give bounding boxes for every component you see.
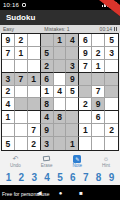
cell-r3c7[interactable]: 7	[79, 60, 92, 73]
cell-r4c3[interactable]: 1	[28, 73, 41, 86]
recents-icon[interactable]: ■	[79, 190, 83, 196]
cell-r3c3[interactable]	[28, 60, 41, 73]
cell-r1c9[interactable]: 5	[105, 34, 118, 47]
watermark-text: Free for personal use	[2, 191, 50, 197]
cell-r2c8[interactable]: 2	[92, 47, 105, 60]
cell-r4c1[interactable]: 3	[2, 73, 15, 86]
cell-r7c8[interactable]: 6	[92, 111, 105, 124]
hint-button[interactable]: ☼Hint	[102, 155, 110, 168]
cell-r7c1[interactable]: 1	[2, 111, 15, 124]
cell-r4c5[interactable]	[54, 73, 67, 86]
erase-button[interactable]: Erase	[41, 155, 53, 168]
cell-r5c4[interactable]: 1	[41, 86, 54, 99]
cell-r3c9[interactable]	[105, 60, 118, 73]
cell-r7c4[interactable]: 4	[41, 111, 54, 124]
timer-label: 00:14	[100, 26, 113, 32]
cell-r8c1[interactable]	[2, 124, 15, 137]
key-6[interactable]: 6	[67, 172, 78, 183]
cell-r6c4[interactable]: 8	[41, 98, 54, 111]
cell-r9c9[interactable]	[105, 137, 118, 150]
key-4[interactable]: 4	[42, 172, 53, 183]
page-title: Sudoku	[6, 13, 35, 22]
cell-r9c4[interactable]: 3	[41, 137, 54, 150]
cell-r3c1[interactable]	[2, 60, 15, 73]
key-1[interactable]: 1	[3, 172, 14, 183]
cell-r2c2[interactable]: 1	[15, 47, 28, 60]
cell-r4c7[interactable]	[79, 73, 92, 86]
toolbar-label: Hint	[102, 163, 110, 168]
sudoku-board: 9214657159232371371692145748291486791252…	[1, 33, 119, 151]
cell-r1c7[interactable]: 6	[79, 34, 92, 47]
toolbar-label: Undo	[10, 163, 21, 168]
cell-r8c5[interactable]	[54, 124, 67, 137]
cell-r4c6[interactable]: 9	[66, 73, 79, 86]
toolbar-label: Note	[72, 163, 82, 168]
cell-r6c7[interactable]: 2	[79, 98, 92, 111]
cell-r1c5[interactable]: 1	[54, 34, 67, 47]
cell-r4c2[interactable]: 7	[15, 73, 28, 86]
note-button[interactable]: ✎Note	[72, 155, 82, 168]
number-keypad: 123456789	[0, 169, 120, 186]
cell-r7c3[interactable]	[28, 111, 41, 124]
mistakes-label: Mistakes: 1	[44, 26, 69, 32]
cell-r5c8[interactable]: 7	[92, 86, 105, 99]
cell-r2c6[interactable]	[66, 47, 79, 60]
cell-r4c4[interactable]: 6	[41, 73, 54, 86]
toolbar-label: Erase	[41, 163, 53, 168]
notification-icon	[22, 3, 26, 7]
cell-r6c8[interactable]: 9	[92, 98, 105, 111]
cell-r4c8[interactable]	[92, 73, 105, 86]
cell-r7c2[interactable]	[15, 111, 28, 124]
cell-r6c6[interactable]	[66, 98, 79, 111]
cell-r2c7[interactable]: 9	[79, 47, 92, 60]
toolbar: ↶UndoErase✎Note☼Hint	[0, 153, 120, 169]
cell-r2c5[interactable]	[54, 47, 67, 60]
erase-icon	[43, 155, 50, 163]
cell-r8c9[interactable]: 2	[105, 124, 118, 137]
key-7[interactable]: 7	[80, 172, 91, 183]
key-5[interactable]: 5	[55, 172, 66, 183]
cell-r1c4[interactable]	[41, 34, 54, 47]
cell-r2c1[interactable]: 7	[2, 47, 15, 60]
cell-r2c4[interactable]: 5	[41, 47, 54, 60]
key-2[interactable]: 2	[16, 172, 27, 183]
cell-r5c7[interactable]	[79, 86, 92, 99]
cell-r6c9[interactable]	[105, 98, 118, 111]
cell-r3c4[interactable]: 2	[41, 60, 54, 73]
cell-r6c2[interactable]	[15, 98, 28, 111]
cell-r3c5[interactable]	[54, 60, 67, 73]
cell-r1c3[interactable]	[28, 34, 41, 47]
cell-r8c6[interactable]	[66, 124, 79, 137]
cell-r5c2[interactable]	[15, 86, 28, 99]
cell-r8c8[interactable]	[92, 124, 105, 137]
cell-r6c1[interactable]: 4	[2, 98, 15, 111]
cell-r7c9[interactable]	[105, 111, 118, 124]
cell-r1c2[interactable]: 2	[15, 34, 28, 47]
cell-r5c6[interactable]: 5	[66, 86, 79, 99]
undo-icon: ↶	[12, 155, 18, 163]
cell-r5c9[interactable]	[105, 86, 118, 99]
key-9[interactable]: 9	[106, 172, 117, 183]
cell-r2c3[interactable]	[28, 47, 41, 60]
app-bar: Sudoku	[0, 10, 120, 25]
difficulty-label: Easy	[3, 26, 14, 32]
cell-r7c6[interactable]	[66, 111, 79, 124]
cell-r1c8[interactable]	[92, 34, 105, 47]
cell-r8c7[interactable]: 1	[79, 124, 92, 137]
cell-r5c5[interactable]: 4	[54, 86, 67, 99]
cell-r9c3[interactable]: 2	[28, 137, 41, 150]
note-icon: ✎	[73, 155, 81, 163]
info-bar: Easy Mistakes: 1 00:14	[0, 25, 120, 33]
pause-icon[interactable]	[114, 27, 117, 31]
cell-r3c6[interactable]: 3	[66, 60, 79, 73]
home-icon[interactable]: ●	[59, 190, 63, 196]
cell-r9c1[interactable]: 5	[2, 137, 15, 150]
cell-r5c1[interactable]: 2	[2, 86, 15, 99]
hint-icon: ☼	[103, 155, 109, 163]
cell-r6c5[interactable]	[54, 98, 67, 111]
cell-r7c5[interactable]: 8	[54, 111, 67, 124]
cell-r9c5[interactable]	[54, 137, 67, 150]
key-3[interactable]: 3	[29, 172, 40, 183]
undo-button[interactable]: ↶Undo	[10, 155, 21, 168]
cell-r8c4[interactable]: 9	[41, 124, 54, 137]
cell-r9c6[interactable]: 1	[66, 137, 79, 150]
cell-r3c2[interactable]	[15, 60, 28, 73]
cell-r8c2[interactable]	[15, 124, 28, 137]
cell-r2c9[interactable]: 3	[105, 47, 118, 60]
cell-r3c8[interactable]: 1	[92, 60, 105, 73]
key-8[interactable]: 8	[93, 172, 104, 183]
cell-r7c7[interactable]	[79, 111, 92, 124]
cell-r1c6[interactable]: 4	[66, 34, 79, 47]
cell-r9c7[interactable]	[79, 137, 92, 150]
cell-r9c8[interactable]	[92, 137, 105, 150]
cell-r4c9[interactable]	[105, 73, 118, 86]
cell-r1c1[interactable]: 9	[2, 34, 15, 47]
cell-r8c3[interactable]: 7	[28, 124, 41, 137]
cell-r9c2[interactable]	[15, 137, 28, 150]
status-clock: 10:16	[3, 2, 19, 8]
cell-r5c3[interactable]	[28, 86, 41, 99]
cell-r6c3[interactable]	[28, 98, 41, 111]
